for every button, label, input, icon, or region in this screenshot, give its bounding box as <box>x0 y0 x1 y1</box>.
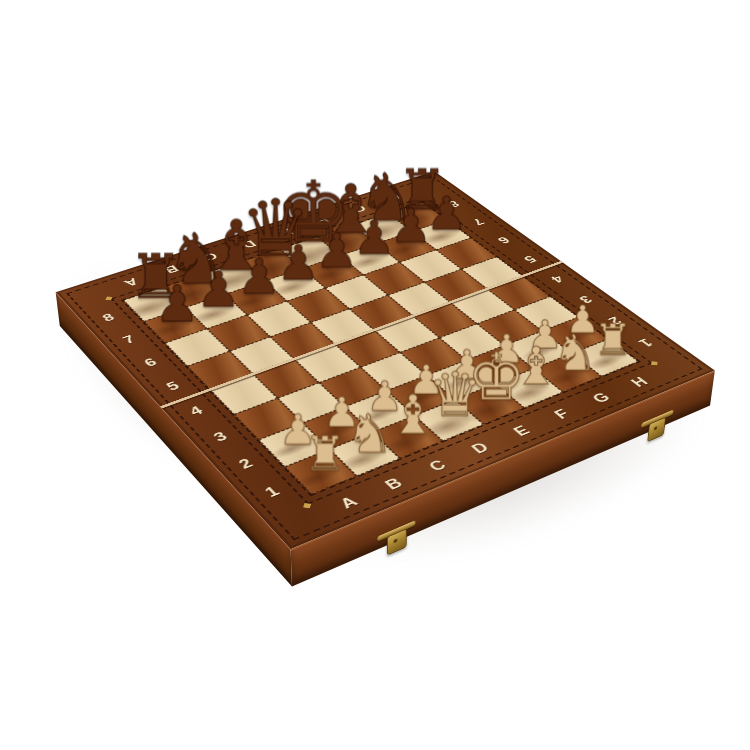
square-b7 <box>185 294 247 329</box>
chess-board: AA11BB22CC33DD44EE55FF66GG77HH88 ♜♞♝♛♚♝♞… <box>56 171 715 549</box>
square-f5 <box>387 282 450 316</box>
latch-pin-icon <box>394 538 398 543</box>
piece-shadow <box>342 251 392 273</box>
piece-shadow <box>265 276 317 299</box>
piece-shadow <box>344 217 414 247</box>
black-rook-glyph: ♜ <box>367 163 475 219</box>
rank-label-right-5: 5 <box>512 250 546 268</box>
rank-label-right-4: 4 <box>539 269 574 287</box>
square-c8 <box>203 261 263 294</box>
square-e8 <box>280 237 340 268</box>
black-knight-glyph: ♞ <box>138 224 254 294</box>
gold-inlay-dot-icon <box>105 297 113 301</box>
square-h6 <box>436 238 497 269</box>
square-a8 <box>123 287 184 321</box>
square-d6 <box>287 288 350 322</box>
square-c7 <box>225 281 287 315</box>
brass-latch-right <box>643 411 670 445</box>
file-label-far-a: A <box>114 273 148 291</box>
square-b8 <box>164 274 225 308</box>
square-d8 <box>242 249 302 281</box>
square-d7 <box>264 268 325 301</box>
board-frame: AA11BB22CC33DD44EE55FF66GG77HH88 ♜♞♝♛♚♝♞… <box>56 171 715 549</box>
square-f7 <box>339 243 399 275</box>
file-label-far-h: H <box>378 190 410 206</box>
piece-shadow <box>190 266 266 300</box>
square-g5 <box>424 269 486 302</box>
file-label-far-g: G <box>342 201 374 217</box>
latch-bar-icon <box>377 520 415 542</box>
rank-label-right-7: 7 <box>461 213 494 229</box>
latch-flap-icon <box>387 528 407 556</box>
square-h8 <box>388 202 446 231</box>
coordinate-labels: AA11BB22CC33DD44EE55FF66GG77HH88 <box>56 171 435 292</box>
piece-shadow <box>224 252 309 289</box>
rank-label-left-8: 8 <box>91 308 126 328</box>
file-label-far-b: B <box>154 260 187 278</box>
chess-set-scene: AA11BB22CC33DD44EE55FF66GG77HH88 ♜♞♝♛♚♝♞… <box>0 0 750 750</box>
file-label-far-f: F <box>306 212 338 228</box>
piece-shadow <box>150 279 226 313</box>
square-g8 <box>353 213 412 243</box>
square-f6 <box>363 262 425 295</box>
piece-shadow <box>304 263 355 286</box>
square-e7 <box>302 256 363 288</box>
piece-shadow <box>306 229 378 260</box>
square-h7 <box>411 220 470 250</box>
square-g7 <box>376 231 436 262</box>
piece-shadow <box>185 303 238 327</box>
piece-shadow <box>385 207 445 232</box>
rank-label-right-6: 6 <box>486 231 520 248</box>
piece-shadow <box>225 289 278 313</box>
white-rook-glyph: ♜ <box>257 430 392 477</box>
square-g6 <box>400 250 461 282</box>
latch-bar-icon <box>641 409 673 428</box>
brass-latch-left <box>382 522 411 558</box>
gold-inlay-dot-icon <box>422 194 428 197</box>
square-e6 <box>325 275 387 309</box>
product-photo: AA11BB22CC33DD44EE55FF66GG77HH88 ♜♞♝♛♚♝♞… <box>0 0 750 750</box>
latch-pin-icon <box>654 426 658 431</box>
rank-label-right-8: 8 <box>437 196 469 212</box>
file-label-far-c: C <box>194 248 227 266</box>
piece-shadow <box>415 227 464 248</box>
latch-flap-icon <box>647 417 666 442</box>
file-label-far-d: D <box>232 236 265 253</box>
square-f8 <box>317 225 376 256</box>
piece-shadow <box>259 239 350 279</box>
file-label-far-e: E <box>270 224 303 241</box>
pieces-layer: ♜♞♝♛♚♝♞♜♟♟♟♟♟♟♟♟♟♟♟♟♟♟♟♟♜♞♝♛♚♝♞♜ <box>56 171 715 549</box>
square-h5 <box>461 257 523 289</box>
piece-shadow <box>379 239 428 261</box>
square-e5 <box>349 295 412 330</box>
